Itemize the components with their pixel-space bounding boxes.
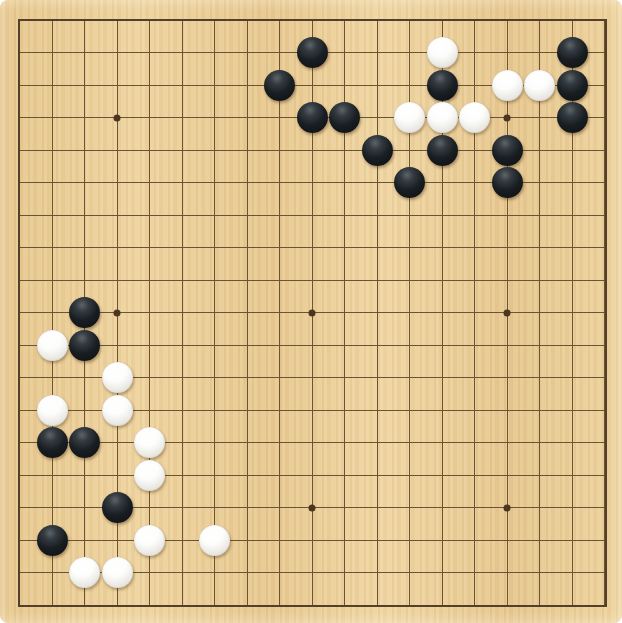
- intersection[interactable]: [458, 199, 491, 232]
- intersection[interactable]: [296, 264, 329, 297]
- white-stone[interactable]: [37, 395, 68, 426]
- intersection[interactable]: [556, 426, 589, 459]
- intersection[interactable]: [393, 199, 426, 232]
- intersection[interactable]: [523, 4, 556, 37]
- intersection[interactable]: [263, 231, 296, 264]
- white-stone[interactable]: [427, 102, 458, 133]
- intersection[interactable]: [361, 69, 394, 102]
- intersection[interactable]: [133, 491, 166, 524]
- intersection[interactable]: [361, 134, 394, 167]
- intersection[interactable]: [328, 69, 361, 102]
- intersection[interactable]: [556, 556, 589, 589]
- intersection[interactable]: [166, 166, 199, 199]
- intersection[interactable]: [101, 231, 134, 264]
- intersection[interactable]: [198, 101, 231, 134]
- intersection[interactable]: [491, 426, 524, 459]
- white-stone[interactable]: [102, 557, 133, 588]
- intersection[interactable]: [523, 459, 556, 492]
- intersection[interactable]: [101, 166, 134, 199]
- intersection[interactable]: [231, 264, 264, 297]
- intersection[interactable]: [491, 231, 524, 264]
- intersection[interactable]: [458, 296, 491, 329]
- intersection[interactable]: [3, 589, 36, 622]
- intersection[interactable]: [458, 491, 491, 524]
- intersection[interactable]: [36, 36, 69, 69]
- white-stone[interactable]: [69, 557, 100, 588]
- intersection[interactable]: [426, 459, 459, 492]
- intersection[interactable]: [231, 556, 264, 589]
- intersection[interactable]: [296, 524, 329, 557]
- intersection[interactable]: [361, 556, 394, 589]
- intersection[interactable]: [328, 296, 361, 329]
- intersection[interactable]: [68, 329, 101, 362]
- intersection[interactable]: [198, 296, 231, 329]
- intersection[interactable]: [393, 166, 426, 199]
- intersection[interactable]: [523, 329, 556, 362]
- intersection[interactable]: [426, 296, 459, 329]
- intersection[interactable]: [263, 394, 296, 427]
- intersection[interactable]: [101, 4, 134, 37]
- intersection[interactable]: [426, 199, 459, 232]
- intersection[interactable]: [393, 491, 426, 524]
- intersection[interactable]: [393, 4, 426, 37]
- intersection[interactable]: [491, 524, 524, 557]
- intersection[interactable]: [68, 69, 101, 102]
- intersection[interactable]: [68, 524, 101, 557]
- intersection[interactable]: [133, 36, 166, 69]
- intersection[interactable]: [491, 459, 524, 492]
- intersection[interactable]: [101, 589, 134, 622]
- intersection[interactable]: [198, 556, 231, 589]
- intersection[interactable]: [458, 556, 491, 589]
- intersection[interactable]: [263, 69, 296, 102]
- intersection[interactable]: [36, 166, 69, 199]
- intersection[interactable]: [491, 166, 524, 199]
- intersection[interactable]: [101, 101, 134, 134]
- intersection[interactable]: [166, 296, 199, 329]
- intersection[interactable]: [231, 69, 264, 102]
- intersection[interactable]: [3, 361, 36, 394]
- intersection[interactable]: [263, 524, 296, 557]
- intersection[interactable]: [68, 361, 101, 394]
- intersection[interactable]: [133, 524, 166, 557]
- intersection[interactable]: [231, 459, 264, 492]
- intersection[interactable]: [198, 36, 231, 69]
- intersection[interactable]: [523, 491, 556, 524]
- intersection[interactable]: [231, 101, 264, 134]
- intersection[interactable]: [556, 491, 589, 524]
- black-stone[interactable]: [329, 102, 360, 133]
- intersection[interactable]: [328, 264, 361, 297]
- intersection[interactable]: [588, 556, 621, 589]
- intersection[interactable]: [458, 589, 491, 622]
- white-stone[interactable]: [427, 37, 458, 68]
- intersection[interactable]: [556, 459, 589, 492]
- intersection[interactable]: [36, 556, 69, 589]
- intersection[interactable]: [426, 69, 459, 102]
- black-stone[interactable]: [394, 167, 425, 198]
- intersection[interactable]: [556, 231, 589, 264]
- intersection[interactable]: [101, 524, 134, 557]
- intersection[interactable]: [588, 394, 621, 427]
- intersection[interactable]: [588, 589, 621, 622]
- intersection[interactable]: [328, 491, 361, 524]
- intersection[interactable]: [296, 589, 329, 622]
- intersection[interactable]: [296, 101, 329, 134]
- intersection[interactable]: [101, 329, 134, 362]
- intersection[interactable]: [523, 394, 556, 427]
- intersection[interactable]: [328, 231, 361, 264]
- intersection[interactable]: [523, 589, 556, 622]
- intersection[interactable]: [393, 394, 426, 427]
- intersection[interactable]: [296, 69, 329, 102]
- intersection[interactable]: [393, 36, 426, 69]
- intersection[interactable]: [68, 4, 101, 37]
- intersection[interactable]: [393, 101, 426, 134]
- intersection[interactable]: [296, 166, 329, 199]
- intersection[interactable]: [556, 101, 589, 134]
- white-stone[interactable]: [134, 460, 165, 491]
- intersection[interactable]: [426, 166, 459, 199]
- intersection[interactable]: [588, 166, 621, 199]
- intersection[interactable]: [231, 426, 264, 459]
- black-stone[interactable]: [557, 37, 588, 68]
- intersection[interactable]: [36, 4, 69, 37]
- intersection[interactable]: [166, 101, 199, 134]
- intersection[interactable]: [101, 361, 134, 394]
- white-stone[interactable]: [459, 102, 490, 133]
- intersection[interactable]: [231, 36, 264, 69]
- intersection[interactable]: [68, 556, 101, 589]
- intersection[interactable]: [263, 166, 296, 199]
- intersection[interactable]: [3, 524, 36, 557]
- intersection[interactable]: [426, 4, 459, 37]
- intersection[interactable]: [296, 361, 329, 394]
- intersection[interactable]: [68, 199, 101, 232]
- intersection[interactable]: [523, 134, 556, 167]
- intersection[interactable]: [393, 231, 426, 264]
- intersection[interactable]: [133, 4, 166, 37]
- intersection[interactable]: [133, 361, 166, 394]
- intersection[interactable]: [556, 166, 589, 199]
- intersection[interactable]: [101, 199, 134, 232]
- intersection[interactable]: [68, 264, 101, 297]
- black-stone[interactable]: [69, 427, 100, 458]
- intersection[interactable]: [328, 394, 361, 427]
- intersection[interactable]: [68, 166, 101, 199]
- intersection[interactable]: [166, 69, 199, 102]
- intersection[interactable]: [458, 524, 491, 557]
- intersection[interactable]: [263, 426, 296, 459]
- intersection[interactable]: [166, 4, 199, 37]
- intersection[interactable]: [588, 101, 621, 134]
- white-stone[interactable]: [102, 362, 133, 393]
- intersection[interactable]: [68, 589, 101, 622]
- intersection[interactable]: [361, 166, 394, 199]
- intersection[interactable]: [588, 491, 621, 524]
- intersection[interactable]: [166, 394, 199, 427]
- intersection[interactable]: [361, 361, 394, 394]
- intersection[interactable]: [263, 296, 296, 329]
- intersection[interactable]: [166, 524, 199, 557]
- intersection[interactable]: [393, 264, 426, 297]
- intersection[interactable]: [3, 166, 36, 199]
- intersection[interactable]: [588, 459, 621, 492]
- intersection[interactable]: [198, 491, 231, 524]
- intersection[interactable]: [426, 394, 459, 427]
- intersection[interactable]: [263, 101, 296, 134]
- intersection[interactable]: [101, 491, 134, 524]
- intersection[interactable]: [231, 199, 264, 232]
- intersection[interactable]: [263, 264, 296, 297]
- intersection[interactable]: [523, 199, 556, 232]
- intersection[interactable]: [68, 426, 101, 459]
- black-stone[interactable]: [37, 427, 68, 458]
- intersection[interactable]: [231, 394, 264, 427]
- intersection[interactable]: [361, 4, 394, 37]
- intersection[interactable]: [198, 69, 231, 102]
- intersection[interactable]: [588, 134, 621, 167]
- intersection[interactable]: [36, 589, 69, 622]
- intersection[interactable]: [556, 134, 589, 167]
- intersection[interactable]: [3, 101, 36, 134]
- intersection[interactable]: [523, 166, 556, 199]
- intersection[interactable]: [166, 459, 199, 492]
- intersection[interactable]: [3, 329, 36, 362]
- intersection[interactable]: [426, 231, 459, 264]
- intersection[interactable]: [263, 4, 296, 37]
- intersection[interactable]: [296, 296, 329, 329]
- intersection[interactable]: [393, 524, 426, 557]
- intersection[interactable]: [361, 459, 394, 492]
- intersection[interactable]: [523, 69, 556, 102]
- intersection[interactable]: [133, 231, 166, 264]
- intersection[interactable]: [296, 556, 329, 589]
- intersection[interactable]: [101, 426, 134, 459]
- intersection[interactable]: [101, 36, 134, 69]
- intersection[interactable]: [68, 134, 101, 167]
- intersection[interactable]: [36, 264, 69, 297]
- intersection[interactable]: [231, 4, 264, 37]
- intersection[interactable]: [426, 134, 459, 167]
- intersection[interactable]: [36, 134, 69, 167]
- intersection[interactable]: [328, 134, 361, 167]
- intersection[interactable]: [68, 36, 101, 69]
- intersection[interactable]: [556, 36, 589, 69]
- intersection[interactable]: [458, 36, 491, 69]
- intersection[interactable]: [491, 101, 524, 134]
- intersection[interactable]: [328, 166, 361, 199]
- intersection[interactable]: [426, 556, 459, 589]
- intersection[interactable]: [263, 361, 296, 394]
- intersection[interactable]: [458, 166, 491, 199]
- intersection[interactable]: [556, 589, 589, 622]
- intersection[interactable]: [393, 589, 426, 622]
- intersection[interactable]: [361, 524, 394, 557]
- intersection[interactable]: [263, 36, 296, 69]
- intersection[interactable]: [296, 231, 329, 264]
- intersection[interactable]: [231, 329, 264, 362]
- intersection[interactable]: [523, 524, 556, 557]
- intersection[interactable]: [361, 199, 394, 232]
- intersection[interactable]: [361, 491, 394, 524]
- intersection[interactable]: [3, 4, 36, 37]
- intersection[interactable]: [458, 329, 491, 362]
- intersection[interactable]: [133, 296, 166, 329]
- intersection[interactable]: [3, 134, 36, 167]
- intersection[interactable]: [556, 199, 589, 232]
- intersection[interactable]: [491, 199, 524, 232]
- intersection[interactable]: [588, 4, 621, 37]
- intersection[interactable]: [68, 101, 101, 134]
- white-stone[interactable]: [102, 395, 133, 426]
- intersection[interactable]: [523, 36, 556, 69]
- intersection[interactable]: [36, 394, 69, 427]
- intersection[interactable]: [198, 361, 231, 394]
- intersection[interactable]: [36, 459, 69, 492]
- intersection[interactable]: [101, 459, 134, 492]
- intersection[interactable]: [166, 231, 199, 264]
- intersection[interactable]: [166, 589, 199, 622]
- white-stone[interactable]: [199, 525, 230, 556]
- intersection[interactable]: [3, 231, 36, 264]
- intersection[interactable]: [133, 101, 166, 134]
- intersection[interactable]: [198, 4, 231, 37]
- intersection[interactable]: [426, 361, 459, 394]
- intersection[interactable]: [458, 101, 491, 134]
- intersection[interactable]: [133, 426, 166, 459]
- intersection[interactable]: [361, 589, 394, 622]
- intersection[interactable]: [458, 394, 491, 427]
- intersection[interactable]: [426, 329, 459, 362]
- intersection[interactable]: [133, 329, 166, 362]
- intersection[interactable]: [296, 4, 329, 37]
- intersection[interactable]: [231, 589, 264, 622]
- intersection[interactable]: [556, 69, 589, 102]
- intersection[interactable]: [426, 589, 459, 622]
- black-stone[interactable]: [102, 492, 133, 523]
- intersection[interactable]: [588, 361, 621, 394]
- intersection[interactable]: [133, 556, 166, 589]
- intersection[interactable]: [588, 524, 621, 557]
- intersection[interactable]: [393, 556, 426, 589]
- intersection[interactable]: [426, 426, 459, 459]
- black-stone[interactable]: [297, 102, 328, 133]
- intersection[interactable]: [523, 231, 556, 264]
- intersection[interactable]: [133, 394, 166, 427]
- intersection[interactable]: [491, 36, 524, 69]
- intersection[interactable]: [198, 459, 231, 492]
- intersection[interactable]: [133, 589, 166, 622]
- intersection[interactable]: [166, 134, 199, 167]
- intersection[interactable]: [231, 231, 264, 264]
- intersection[interactable]: [166, 329, 199, 362]
- intersection[interactable]: [458, 459, 491, 492]
- black-stone[interactable]: [427, 70, 458, 101]
- intersection[interactable]: [3, 459, 36, 492]
- intersection[interactable]: [328, 426, 361, 459]
- intersection[interactable]: [133, 134, 166, 167]
- intersection[interactable]: [101, 556, 134, 589]
- intersection[interactable]: [3, 556, 36, 589]
- intersection[interactable]: [166, 36, 199, 69]
- intersection[interactable]: [3, 426, 36, 459]
- intersection[interactable]: [523, 556, 556, 589]
- black-stone[interactable]: [37, 525, 68, 556]
- black-stone[interactable]: [557, 102, 588, 133]
- intersection[interactable]: [36, 361, 69, 394]
- intersection[interactable]: [458, 361, 491, 394]
- intersection[interactable]: [166, 199, 199, 232]
- intersection[interactable]: [556, 296, 589, 329]
- intersection[interactable]: [198, 589, 231, 622]
- intersection[interactable]: [588, 264, 621, 297]
- intersection[interactable]: [458, 134, 491, 167]
- intersection[interactable]: [426, 491, 459, 524]
- intersection[interactable]: [296, 426, 329, 459]
- intersection[interactable]: [588, 329, 621, 362]
- intersection[interactable]: [523, 361, 556, 394]
- intersection[interactable]: [556, 524, 589, 557]
- black-stone[interactable]: [427, 135, 458, 166]
- intersection[interactable]: [296, 36, 329, 69]
- intersection[interactable]: [166, 361, 199, 394]
- intersection[interactable]: [198, 199, 231, 232]
- intersection[interactable]: [166, 491, 199, 524]
- intersection[interactable]: [36, 101, 69, 134]
- white-stone[interactable]: [394, 102, 425, 133]
- intersection[interactable]: [361, 394, 394, 427]
- intersection[interactable]: [491, 296, 524, 329]
- intersection[interactable]: [458, 231, 491, 264]
- intersection[interactable]: [263, 491, 296, 524]
- black-stone[interactable]: [557, 70, 588, 101]
- intersection[interactable]: [556, 361, 589, 394]
- intersection[interactable]: [263, 589, 296, 622]
- intersection[interactable]: [296, 329, 329, 362]
- intersection[interactable]: [491, 134, 524, 167]
- intersection[interactable]: [296, 491, 329, 524]
- intersection[interactable]: [68, 459, 101, 492]
- intersection[interactable]: [328, 4, 361, 37]
- intersection[interactable]: [3, 394, 36, 427]
- intersection[interactable]: [3, 264, 36, 297]
- intersection[interactable]: [101, 296, 134, 329]
- intersection[interactable]: [556, 329, 589, 362]
- intersection[interactable]: [361, 101, 394, 134]
- intersection[interactable]: [36, 491, 69, 524]
- intersection[interactable]: [3, 296, 36, 329]
- intersection[interactable]: [491, 361, 524, 394]
- intersection[interactable]: [556, 264, 589, 297]
- intersection[interactable]: [328, 329, 361, 362]
- intersection[interactable]: [68, 491, 101, 524]
- intersection[interactable]: [491, 329, 524, 362]
- intersection[interactable]: [393, 69, 426, 102]
- intersection[interactable]: [491, 69, 524, 102]
- intersection[interactable]: [263, 329, 296, 362]
- intersection[interactable]: [458, 4, 491, 37]
- intersection[interactable]: [556, 394, 589, 427]
- intersection[interactable]: [166, 426, 199, 459]
- intersection[interactable]: [198, 524, 231, 557]
- intersection[interactable]: [101, 264, 134, 297]
- intersection[interactable]: [491, 589, 524, 622]
- intersection[interactable]: [588, 426, 621, 459]
- intersection[interactable]: [328, 199, 361, 232]
- intersection[interactable]: [361, 296, 394, 329]
- intersection[interactable]: [133, 199, 166, 232]
